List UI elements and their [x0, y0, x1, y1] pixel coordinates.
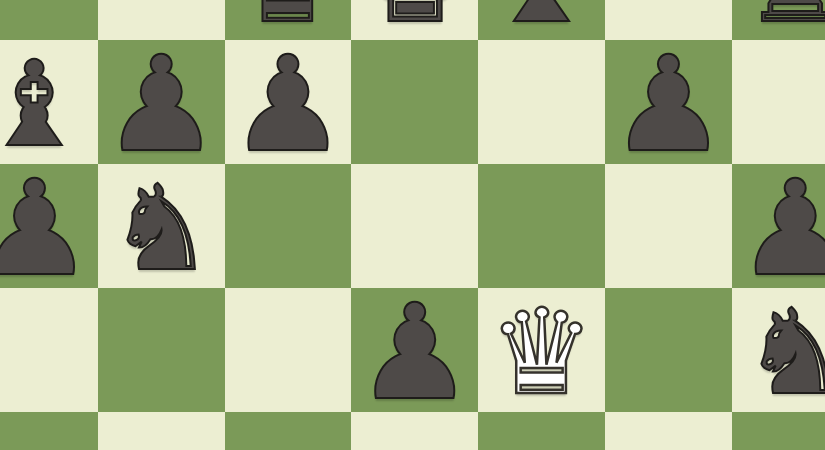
- square-e6[interactable]: [351, 164, 478, 288]
- black-bishop-piece[interactable]: ♝: [0, 45, 87, 163]
- black-knight-piece[interactable]: ♞: [742, 293, 825, 411]
- square-h5[interactable]: ♞: [732, 288, 825, 412]
- black-pawn-piece[interactable]: ♟: [736, 162, 825, 294]
- square-b4[interactable]: [0, 412, 98, 450]
- square-c5[interactable]: [98, 288, 225, 412]
- black-pawn-piece[interactable]: ♟: [356, 286, 474, 418]
- square-f8[interactable]: ♝: [478, 0, 605, 40]
- square-e5[interactable]: ♟: [351, 288, 478, 412]
- black-rook-piece[interactable]: ♜: [742, 0, 825, 39]
- square-b6[interactable]: ♟: [0, 164, 98, 288]
- black-king-piece[interactable]: ♚: [362, 0, 468, 39]
- square-c4[interactable]: [98, 412, 225, 450]
- square-d4[interactable]: [225, 412, 352, 450]
- chessboard-crop: ♛♚♝♜♝♟♟♟♟♞♟♟♛♞: [0, 0, 825, 450]
- square-f5[interactable]: ♛: [478, 288, 605, 412]
- square-b5[interactable]: [0, 288, 98, 412]
- white-queen-piece[interactable]: ♛: [489, 293, 595, 411]
- black-pawn-piece[interactable]: ♟: [609, 38, 727, 170]
- square-e8[interactable]: ♚: [351, 0, 478, 40]
- square-f7[interactable]: [478, 40, 605, 164]
- square-e4[interactable]: [351, 412, 478, 450]
- square-b7[interactable]: ♝: [0, 40, 98, 164]
- square-g4[interactable]: [605, 412, 732, 450]
- square-e7[interactable]: [351, 40, 478, 164]
- black-pawn-piece[interactable]: ♟: [102, 38, 220, 170]
- black-knight-piece[interactable]: ♞: [108, 169, 214, 287]
- square-c6[interactable]: ♞: [98, 164, 225, 288]
- square-h8[interactable]: ♜: [732, 0, 825, 40]
- square-d7[interactable]: ♟: [225, 40, 352, 164]
- square-d6[interactable]: [225, 164, 352, 288]
- chessboard: ♛♚♝♜♝♟♟♟♟♞♟♟♛♞: [0, 0, 825, 450]
- square-h7[interactable]: [732, 40, 825, 164]
- square-g7[interactable]: ♟: [605, 40, 732, 164]
- square-c7[interactable]: ♟: [98, 40, 225, 164]
- black-bishop-piece[interactable]: ♝: [489, 0, 595, 39]
- black-pawn-piece[interactable]: ♟: [0, 162, 94, 294]
- square-d5[interactable]: [225, 288, 352, 412]
- square-h4[interactable]: [732, 412, 825, 450]
- square-f4[interactable]: [478, 412, 605, 450]
- square-g5[interactable]: [605, 288, 732, 412]
- black-pawn-piece[interactable]: ♟: [229, 38, 347, 170]
- square-g6[interactable]: [605, 164, 732, 288]
- square-f6[interactable]: [478, 164, 605, 288]
- square-h6[interactable]: ♟: [732, 164, 825, 288]
